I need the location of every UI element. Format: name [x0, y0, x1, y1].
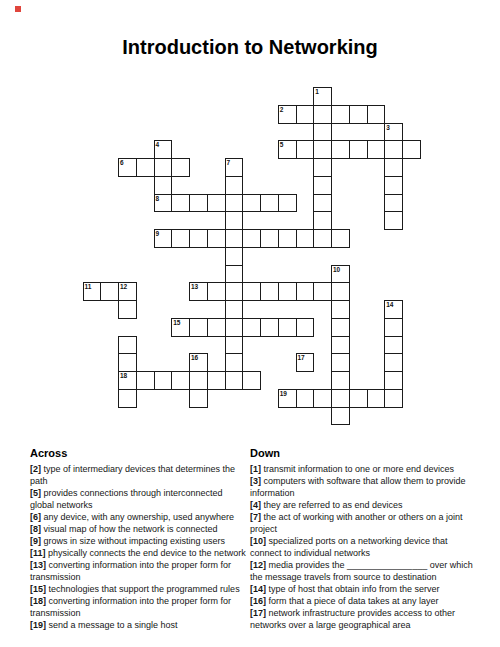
cell-number: 14	[386, 302, 393, 309]
grid-cell[interactable]	[207, 282, 226, 301]
grid-cell[interactable]	[118, 353, 137, 372]
cell-number: 1	[315, 89, 319, 96]
grid-cell[interactable]	[242, 229, 261, 248]
grid-cell[interactable]	[225, 247, 244, 266]
grid-cell[interactable]	[225, 265, 244, 284]
page: { "game": "crossword", "page": { "title"…	[0, 0, 500, 647]
grid-cell[interactable]	[331, 229, 350, 248]
grid-cell[interactable]	[225, 318, 244, 337]
grid-cell[interactable]	[384, 336, 403, 355]
grid-cell[interactable]	[189, 194, 208, 213]
clue-item: [3] computers with software that allow t…	[250, 475, 478, 499]
grid-cell[interactable]	[349, 389, 368, 408]
clue-item: [16] form that a piece of data takes at …	[250, 595, 478, 607]
grid-cell[interactable]	[189, 389, 208, 408]
cell-number: 3	[386, 125, 390, 132]
clue-number: [3]	[250, 476, 261, 486]
cell-number: 18	[120, 373, 127, 380]
grid-cell[interactable]	[278, 282, 297, 301]
grid-cell[interactable]	[189, 371, 208, 390]
grid-cell[interactable]	[118, 300, 137, 319]
clue-number: [19]	[30, 620, 46, 630]
grid-cell[interactable]	[384, 318, 403, 337]
clue-item: [11] physically connects the end device …	[30, 547, 249, 559]
grid-cell[interactable]	[260, 229, 279, 248]
grid-cell[interactable]	[313, 123, 332, 142]
grid-cell[interactable]	[331, 300, 350, 319]
grid-cell[interactable]	[313, 211, 332, 230]
grid-cell[interactable]	[189, 318, 208, 337]
grid-cell[interactable]	[207, 318, 226, 337]
grid-cell[interactable]	[296, 282, 315, 301]
grid-cell[interactable]	[313, 140, 332, 159]
clue-number: [18]	[30, 596, 46, 606]
grid-cell[interactable]	[118, 389, 137, 408]
grid-cell[interactable]	[331, 371, 350, 390]
clue-item: [8] visual map of how the network is con…	[30, 523, 249, 535]
grid-cell[interactable]	[278, 318, 297, 337]
grid-cell[interactable]	[118, 336, 137, 355]
grid-cell[interactable]	[313, 389, 332, 408]
cell-number: 12	[120, 284, 127, 291]
grid-cell[interactable]	[296, 140, 315, 159]
grid-cell[interactable]	[367, 105, 386, 124]
across-clues-section: Across [2] type of intermediary devices …	[30, 447, 249, 631]
clue-item: [2] type of intermediary devices that de…	[30, 463, 249, 487]
clue-number: [14]	[250, 584, 266, 594]
clue-number: [7]	[250, 512, 261, 522]
grid-cell[interactable]	[313, 194, 332, 213]
cell-number: 11	[85, 284, 92, 291]
clue-item: [13] converting information into the pro…	[30, 559, 249, 583]
down-heading: Down	[250, 447, 478, 459]
clue-item: [17] network infrastructure provides acc…	[250, 607, 478, 631]
grid-cell[interactable]	[367, 389, 386, 408]
clue-item: [6] any device, with any ownership, used…	[30, 511, 249, 523]
cell-number: 5	[280, 142, 284, 149]
grid-cell[interactable]	[225, 353, 244, 372]
cell-number: 16	[191, 355, 198, 362]
cell-number: 13	[191, 284, 198, 291]
grid-cell[interactable]	[260, 318, 279, 337]
grid-cell[interactable]	[225, 194, 244, 213]
clue-number: [17]	[250, 608, 266, 618]
grid-cell[interactable]	[296, 318, 315, 337]
cell-number: 2	[280, 107, 284, 114]
grid-cell[interactable]	[349, 140, 368, 159]
clue-number: [6]	[30, 512, 41, 522]
grid-cell[interactable]	[402, 140, 421, 159]
grid-cell[interactable]	[100, 282, 119, 301]
clue-item: [15] technologies that support the progr…	[30, 583, 249, 595]
grid-cell[interactable]	[384, 176, 403, 195]
grid-cell[interactable]	[225, 176, 244, 195]
grid-cell[interactable]	[384, 371, 403, 390]
grid-cell[interactable]	[331, 336, 350, 355]
grid-cell[interactable]	[154, 176, 173, 195]
grid-cell[interactable]	[225, 371, 244, 390]
grid-cell[interactable]	[331, 353, 350, 372]
clue-item: [4] they are referred to as end devices	[250, 499, 478, 511]
grid-cell[interactable]	[242, 318, 261, 337]
cell-number: 9	[156, 231, 160, 238]
grid-cell[interactable]	[260, 282, 279, 301]
grid-cell[interactable]	[331, 389, 350, 408]
grid-cell[interactable]	[384, 353, 403, 372]
clue-number: [2]	[30, 464, 41, 474]
grid-cell[interactable]	[207, 229, 226, 248]
grid-cell[interactable]	[225, 211, 244, 230]
cell-number: 4	[156, 142, 160, 149]
clue-number: [5]	[30, 488, 41, 498]
clue-number: [12]	[250, 560, 266, 570]
across-clue-list: [2] type of intermediary devices that de…	[30, 463, 249, 631]
grid-cell[interactable]	[154, 371, 173, 390]
cell-number: 8	[156, 196, 160, 203]
grid-cell[interactable]	[313, 229, 332, 248]
grid-cell[interactable]	[171, 229, 190, 248]
grid-cell[interactable]	[384, 140, 403, 159]
grid-cell[interactable]	[313, 105, 332, 124]
clue-number: [9]	[30, 536, 41, 546]
grid-cell[interactable]	[331, 318, 350, 337]
clue-number: [16]	[250, 596, 266, 606]
down-clue-list: [1] transmit information to one or more …	[250, 463, 478, 631]
clue-item: [9] grows in size without impacting exis…	[30, 535, 249, 547]
grid-cell[interactable]	[313, 176, 332, 195]
cell-number: 10	[333, 267, 340, 274]
grid-cell[interactable]	[260, 194, 279, 213]
grid-cell[interactable]	[384, 158, 403, 177]
clue-number: [8]	[30, 524, 41, 534]
grid-cell[interactable]	[331, 105, 350, 124]
clue-number: [10]	[250, 536, 266, 546]
grid-cell[interactable]	[296, 105, 315, 124]
grid-cell[interactable]	[384, 211, 403, 230]
grid-cell[interactable]	[242, 282, 261, 301]
grid-cell[interactable]	[242, 194, 261, 213]
grid-cell[interactable]	[384, 194, 403, 213]
grid-cell[interactable]	[331, 407, 350, 426]
cell-number: 17	[298, 355, 305, 362]
grid-cell[interactable]	[313, 158, 332, 177]
grid-cell[interactable]	[189, 229, 208, 248]
grid-cell[interactable]	[225, 336, 244, 355]
grid-cell[interactable]	[331, 140, 350, 159]
grid-cell[interactable]	[225, 282, 244, 301]
grid-cell[interactable]	[278, 229, 297, 248]
grid-cell[interactable]	[225, 229, 244, 248]
grid-cell[interactable]	[331, 282, 350, 301]
grid-cell[interactable]	[207, 371, 226, 390]
cell-number: 7	[227, 160, 231, 167]
clue-number: [15]	[30, 584, 46, 594]
grid-cell[interactable]	[313, 282, 332, 301]
grid-cell[interactable]	[225, 300, 244, 319]
clue-item: [12] media provides the ________________…	[250, 559, 478, 583]
clue-item: [1] transmit information to one or more …	[250, 463, 478, 475]
clue-item: [18] converting information into the pro…	[30, 595, 249, 619]
clue-item: [5] provides connections through interco…	[30, 487, 249, 511]
grid-cell[interactable]	[296, 389, 315, 408]
clue-item: [14] type of host that obtain info from …	[250, 583, 478, 595]
grid-cell[interactable]	[242, 371, 261, 390]
grid-cell[interactable]	[136, 371, 155, 390]
across-heading: Across	[30, 447, 249, 459]
clue-number: [13]	[30, 560, 46, 570]
clue-item: [10] specialized ports on a networking d…	[250, 535, 478, 559]
cell-number: 19	[280, 391, 287, 398]
clue-item: [19] send a message to a single host	[30, 619, 249, 631]
grid-cell[interactable]	[154, 158, 173, 177]
grid-cell[interactable]	[171, 158, 190, 177]
grid-cell[interactable]	[349, 105, 368, 124]
clue-number: [1]	[250, 464, 261, 474]
cell-number: 6	[120, 160, 124, 167]
clue-item: [7] the act of working with another or o…	[250, 511, 478, 535]
down-clues-section: Down [1] transmit information to one or …	[250, 447, 478, 631]
grid-cell[interactable]	[136, 158, 155, 177]
grid-cell[interactable]	[384, 389, 403, 408]
clue-number: [11]	[30, 548, 46, 558]
grid-cell[interactable]	[171, 194, 190, 213]
grid-cell[interactable]	[296, 229, 315, 248]
cell-number: 15	[173, 320, 180, 327]
clue-number: [4]	[250, 500, 261, 510]
grid-cell[interactable]	[367, 140, 386, 159]
grid-cell[interactable]	[278, 194, 297, 213]
crossword-grid: 12345678910111213141516171819	[0, 0, 500, 440]
grid-cell[interactable]	[207, 194, 226, 213]
grid-cell[interactable]	[171, 371, 190, 390]
